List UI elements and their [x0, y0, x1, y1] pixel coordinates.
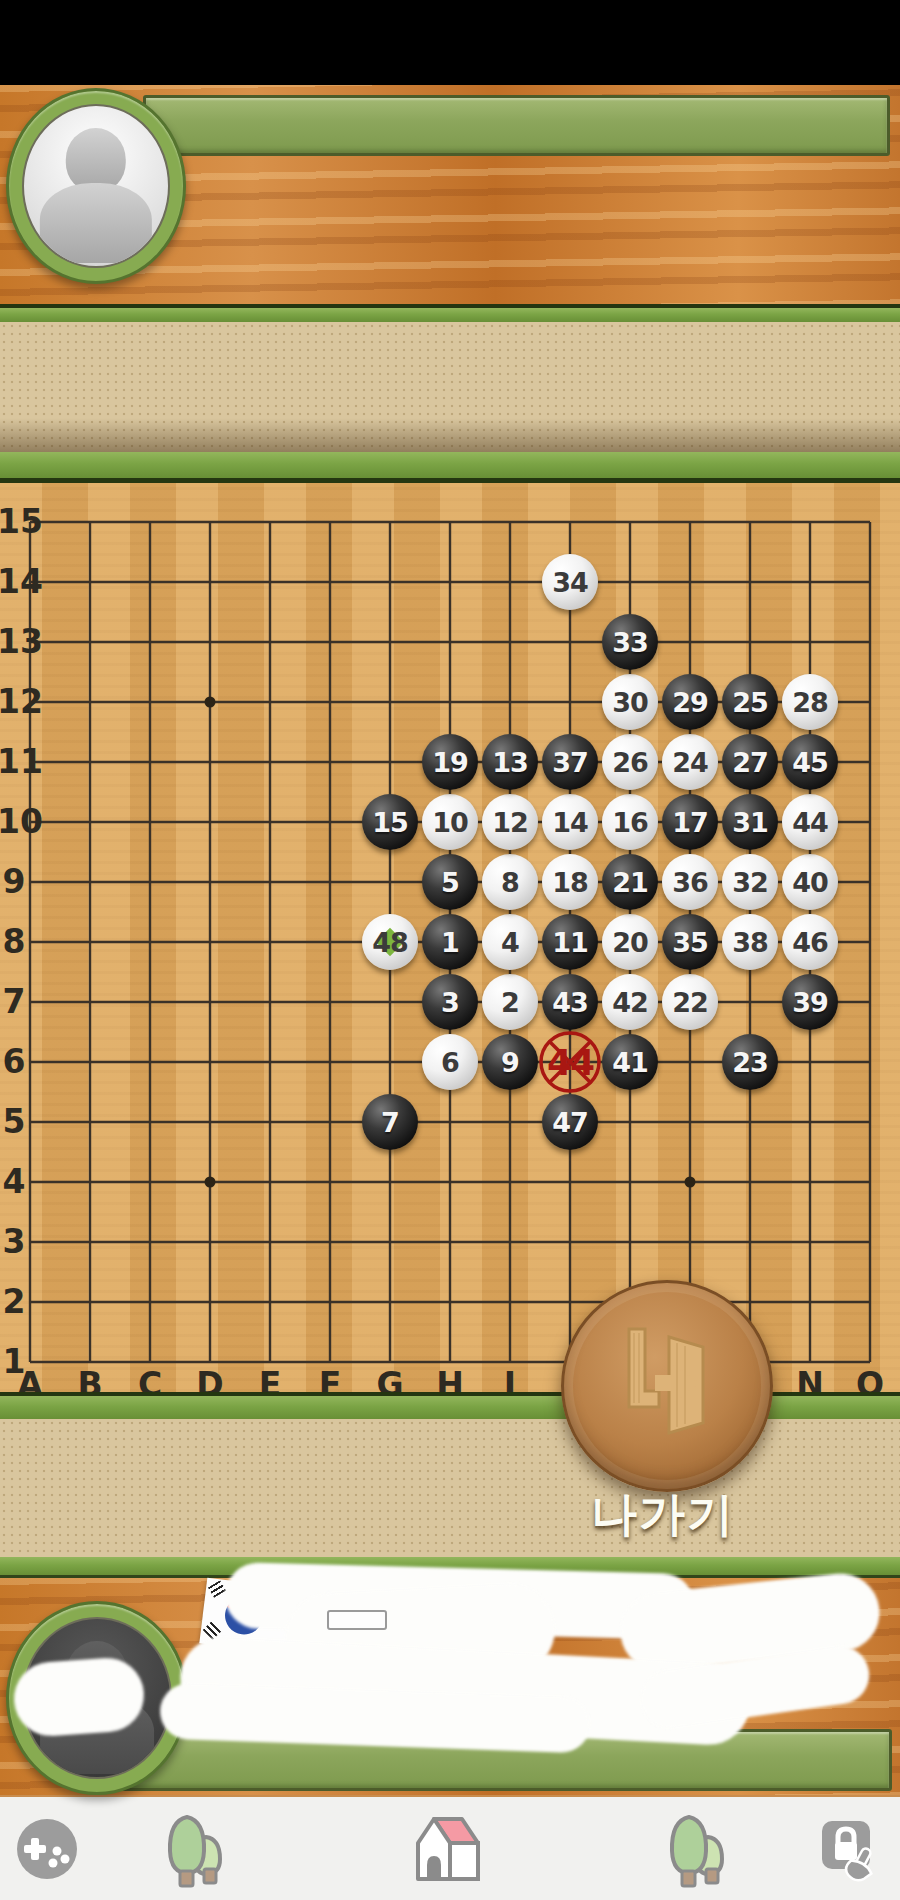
stone-black-17: 17 — [662, 794, 718, 850]
forbidden-point-marker: 44 — [538, 1030, 602, 1094]
row-label-6: 6 — [0, 1045, 31, 1079]
stone-white-44: 44 — [782, 794, 838, 850]
person-icon — [22, 104, 170, 268]
stone-white-30: 30 — [602, 674, 658, 730]
stone-white-4: 4 — [482, 914, 538, 970]
stone-black-37: 37 — [542, 734, 598, 790]
app-screen: 151413121110987654321 ABCDEFGHIJKLMNO 12… — [0, 0, 900, 1900]
row-label-2: 2 — [0, 1285, 31, 1319]
touch-lock-icon[interactable] — [818, 1817, 882, 1883]
stone-black-45: 45 — [782, 734, 838, 790]
row-label-10: 10 — [0, 805, 31, 839]
stone-white-18: 18 — [542, 854, 598, 910]
row-label-14: 14 — [0, 565, 31, 599]
stone-black-3: 3 — [422, 974, 478, 1030]
stone-black-15: 15 — [362, 794, 418, 850]
row-label-7: 7 — [0, 985, 31, 1019]
stone-black-19: 19 — [422, 734, 478, 790]
divider-strip-1 — [0, 304, 900, 322]
stone-white-42: 42 — [602, 974, 658, 1030]
stone-black-27: 27 — [722, 734, 778, 790]
stone-black-1: 1 — [422, 914, 478, 970]
exit-door-arrow-icon — [607, 1323, 727, 1447]
stone-white-12: 12 — [482, 794, 538, 850]
row-label-15: 15 — [0, 505, 31, 539]
trees-icon[interactable] — [662, 1811, 738, 1889]
stone-black-7: 7 — [362, 1094, 418, 1150]
stone-white-48: 48 — [362, 914, 418, 970]
stone-white-8: 8 — [482, 854, 538, 910]
stone-white-14: 14 — [542, 794, 598, 850]
stone-white-32: 32 — [722, 854, 778, 910]
stone-black-35: 35 — [662, 914, 718, 970]
stone-white-10: 10 — [422, 794, 478, 850]
stone-white-38: 38 — [722, 914, 778, 970]
top-player-avatar[interactable] — [6, 88, 186, 284]
redacted-ui-fragment — [327, 1610, 387, 1630]
stone-black-43: 43 — [542, 974, 598, 1030]
stone-white-2: 2 — [482, 974, 538, 1030]
bottom-nav-bar — [0, 1795, 900, 1900]
stone-black-13: 13 — [482, 734, 538, 790]
stone-black-31: 31 — [722, 794, 778, 850]
exit-button[interactable] — [561, 1280, 773, 1492]
redaction-scribble — [12, 1656, 147, 1739]
row-label-8: 8 — [0, 925, 31, 959]
stone-black-23: 23 — [722, 1034, 778, 1090]
stone-white-40: 40 — [782, 854, 838, 910]
home-icon[interactable] — [412, 1813, 484, 1885]
stone-white-20: 20 — [602, 914, 658, 970]
stone-black-9: 9 — [482, 1034, 538, 1090]
stone-white-16: 16 — [602, 794, 658, 850]
row-label-3: 3 — [0, 1225, 31, 1259]
stone-black-39: 39 — [782, 974, 838, 1030]
row-label-13: 13 — [0, 625, 31, 659]
stone-white-24: 24 — [662, 734, 718, 790]
stone-black-11: 11 — [542, 914, 598, 970]
stone-black-21: 21 — [602, 854, 658, 910]
stone-white-6: 6 — [422, 1034, 478, 1090]
stone-black-41: 41 — [602, 1034, 658, 1090]
row-label-4: 4 — [0, 1165, 31, 1199]
stone-white-34: 34 — [542, 554, 598, 610]
forbidden-point-label: 44 — [547, 1042, 593, 1083]
row-label-9: 9 — [0, 865, 31, 899]
divider-strip-2 — [0, 452, 900, 483]
stone-black-29: 29 — [662, 674, 718, 730]
stone-white-26: 26 — [602, 734, 658, 790]
stone-black-5: 5 — [422, 854, 478, 910]
board[interactable]: 151413121110987654321 ABCDEFGHIJKLMNO 12… — [0, 483, 900, 1392]
stone-white-46: 46 — [782, 914, 838, 970]
stone-black-33: 33 — [602, 614, 658, 670]
row-label-12: 12 — [0, 685, 31, 719]
row-label-11: 11 — [0, 745, 31, 779]
dotted-strip-1 — [0, 322, 900, 452]
stone-black-25: 25 — [722, 674, 778, 730]
stone-white-36: 36 — [662, 854, 718, 910]
trees-icon[interactable] — [160, 1811, 236, 1889]
row-label-5: 5 — [0, 1105, 31, 1139]
top-player-name-bar — [143, 95, 890, 156]
stone-black-47: 47 — [542, 1094, 598, 1150]
status-bar — [0, 0, 900, 85]
gamepad-icon[interactable] — [15, 1817, 83, 1883]
stone-white-22: 22 — [662, 974, 718, 1030]
trigram — [208, 1580, 226, 1597]
exit-button-label[interactable]: 나가기 — [513, 1484, 813, 1546]
stone-white-28: 28 — [782, 674, 838, 730]
